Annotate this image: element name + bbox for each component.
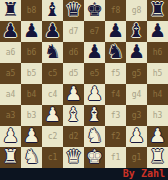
square-c5[interactable]: c5 <box>42 63 63 84</box>
square-label-d2: d2 <box>69 126 79 147</box>
piece-bP-h7: ♟ <box>149 21 166 41</box>
square-a6[interactable]: a6 <box>0 42 21 63</box>
square-f7[interactable]: ♟ <box>105 21 126 42</box>
piece-wN-e2: ♞ <box>86 126 103 146</box>
square-d7[interactable]: d7 <box>63 21 84 42</box>
square-h5[interactable]: h5 <box>147 63 168 84</box>
square-b7[interactable]: ♟ <box>21 21 42 42</box>
square-label-b3: b3 <box>27 105 37 126</box>
square-c3[interactable]: ♟ <box>42 105 63 126</box>
square-label-a4: a4 <box>6 84 16 105</box>
square-label-a6: a6 <box>6 42 16 63</box>
square-label-h6: h6 <box>153 42 163 63</box>
square-label-f5: f5 <box>111 63 121 84</box>
square-a2[interactable]: ♟ <box>0 126 21 147</box>
piece-bB-c8: ♝ <box>44 0 61 20</box>
square-label-a5: a5 <box>6 63 16 84</box>
square-d2[interactable]: d2 <box>63 126 84 147</box>
square-label-b6: b6 <box>27 42 37 63</box>
square-label-g5: g5 <box>132 63 142 84</box>
square-c1[interactable]: c1 <box>42 147 63 168</box>
square-d4[interactable]: ♟ <box>63 84 84 105</box>
piece-wP-e4: ♟ <box>86 84 103 104</box>
square-label-b5: b5 <box>27 63 37 84</box>
square-d8[interactable]: ♛ <box>63 0 84 21</box>
piece-bR-a8: ♜ <box>2 0 19 20</box>
status-bar: By Zahl <box>0 168 168 180</box>
square-e8[interactable]: ♚ <box>84 0 105 21</box>
square-a8[interactable]: ♜ <box>0 0 21 21</box>
square-label-c1: c1 <box>48 147 58 168</box>
square-f1[interactable]: f1 <box>105 147 126 168</box>
square-g6[interactable]: ♟ <box>126 42 147 63</box>
square-e1[interactable]: ♚ <box>84 147 105 168</box>
square-c6[interactable]: ♞ <box>42 42 63 63</box>
square-f3[interactable]: f3 <box>105 105 126 126</box>
square-label-g1: g1 <box>132 147 142 168</box>
piece-wP-a2: ♟ <box>2 126 19 146</box>
square-label-g3: g3 <box>132 105 142 126</box>
square-c2[interactable]: c2 <box>42 126 63 147</box>
piece-bQ-d8: ♛ <box>65 0 82 20</box>
square-g5[interactable]: g5 <box>126 63 147 84</box>
square-h8[interactable]: ♜ <box>147 0 168 21</box>
square-c7[interactable]: ♟ <box>42 21 63 42</box>
piece-bP-f7: ♟ <box>107 21 124 41</box>
piece-wP-b2: ♟ <box>23 126 40 146</box>
square-label-e5: e5 <box>90 63 100 84</box>
square-h2[interactable]: ♟ <box>147 126 168 147</box>
square-f5[interactable]: f5 <box>105 63 126 84</box>
square-b5[interactable]: b5 <box>21 63 42 84</box>
square-label-c5: c5 <box>48 63 58 84</box>
square-f8[interactable]: f8 <box>105 0 126 21</box>
piece-wP-d4: ♟ <box>65 84 82 104</box>
square-b4[interactable]: b4 <box>21 84 42 105</box>
piece-bP-a7: ♟ <box>2 21 19 41</box>
square-h7[interactable]: ♟ <box>147 21 168 42</box>
piece-wK-e1: ♚ <box>86 147 103 167</box>
square-label-f1: f1 <box>111 147 121 168</box>
square-g3[interactable]: g3 <box>126 105 147 126</box>
square-e3[interactable]: ♝ <box>84 105 105 126</box>
square-label-h3: h3 <box>153 105 163 126</box>
piece-wB-e3: ♝ <box>86 105 103 125</box>
square-e4[interactable]: ♟ <box>84 84 105 105</box>
square-f6[interactable]: ♞ <box>105 42 126 63</box>
square-c4[interactable]: c4 <box>42 84 63 105</box>
piece-bP-b7: ♟ <box>23 21 40 41</box>
square-d3[interactable]: ♝ <box>63 105 84 126</box>
square-h4[interactable]: h4 <box>147 84 168 105</box>
square-g4[interactable]: g4 <box>126 84 147 105</box>
piece-wP-h2: ♟ <box>149 126 166 146</box>
square-d1[interactable]: ♛ <box>63 147 84 168</box>
square-label-d5: d5 <box>69 63 79 84</box>
square-b2[interactable]: ♟ <box>21 126 42 147</box>
square-label-d6: d6 <box>69 42 79 63</box>
square-label-f4: f4 <box>111 84 121 105</box>
square-h3[interactable]: h3 <box>147 105 168 126</box>
credit-text: By Zahl <box>123 168 168 180</box>
square-label-g4: g4 <box>132 84 142 105</box>
piece-bP-e6: ♟ <box>86 42 103 62</box>
square-f4[interactable]: f4 <box>105 84 126 105</box>
square-g2[interactable]: ♟ <box>126 126 147 147</box>
chess-diagram: ♜b8♝♛♚f8g8♜♟♟♟d7e7♟♝♟a6b6♞d6♟♞♟h6a5b5c5d… <box>0 0 168 180</box>
square-e6[interactable]: ♟ <box>84 42 105 63</box>
piece-wQ-d1: ♛ <box>65 147 82 167</box>
square-e5[interactable]: e5 <box>84 63 105 84</box>
square-a5[interactable]: a5 <box>0 63 21 84</box>
piece-wN-b1: ♞ <box>23 147 40 167</box>
square-label-b4: b4 <box>27 84 37 105</box>
square-b1[interactable]: ♞ <box>21 147 42 168</box>
square-label-h4: h4 <box>153 84 163 105</box>
square-label-f3: f3 <box>111 105 121 126</box>
chess-board: ♜b8♝♛♚f8g8♜♟♟♟d7e7♟♝♟a6b6♞d6♟♞♟h6a5b5c5d… <box>0 0 168 168</box>
square-label-h5: h5 <box>153 63 163 84</box>
piece-wR-a1: ♜ <box>2 147 19 167</box>
piece-wR-h1: ♜ <box>149 147 166 167</box>
square-a7[interactable]: ♟ <box>0 21 21 42</box>
square-label-c4: c4 <box>48 84 58 105</box>
square-g7[interactable]: ♝ <box>126 21 147 42</box>
square-a3[interactable]: a3 <box>0 105 21 126</box>
square-label-e7: e7 <box>90 21 100 42</box>
square-c8[interactable]: ♝ <box>42 0 63 21</box>
square-label-a3: a3 <box>6 105 16 126</box>
square-h6[interactable]: h6 <box>147 42 168 63</box>
square-label-c2: c2 <box>48 126 58 147</box>
square-label-b8: b8 <box>27 0 37 21</box>
piece-bP-g6: ♟ <box>128 42 145 62</box>
square-g8[interactable]: g8 <box>126 0 147 21</box>
square-label-g8: g8 <box>132 0 142 21</box>
piece-bP-c7: ♟ <box>44 21 61 41</box>
square-g1[interactable]: g1 <box>126 147 147 168</box>
piece-wP-c3: ♟ <box>44 105 61 125</box>
square-b8[interactable]: b8 <box>21 0 42 21</box>
square-f2[interactable]: f2 <box>105 126 126 147</box>
square-a1[interactable]: ♜ <box>0 147 21 168</box>
square-label-f8: f8 <box>111 0 121 21</box>
piece-bN-f6: ♞ <box>107 42 124 62</box>
square-label-f2: f2 <box>111 126 121 147</box>
piece-bK-e8: ♚ <box>86 0 103 20</box>
piece-bB-g7: ♝ <box>128 21 145 41</box>
square-a4[interactable]: a4 <box>0 84 21 105</box>
piece-wB-d3: ♝ <box>65 105 82 125</box>
square-d5[interactable]: d5 <box>63 63 84 84</box>
square-b3[interactable]: b3 <box>21 105 42 126</box>
piece-wP-g2: ♟ <box>128 126 145 146</box>
piece-bR-h8: ♜ <box>149 0 166 20</box>
square-e2[interactable]: ♞ <box>84 126 105 147</box>
piece-bN-c6: ♞ <box>44 42 61 62</box>
square-h1[interactable]: ♜ <box>147 147 168 168</box>
square-b6[interactable]: b6 <box>21 42 42 63</box>
square-label-d7: d7 <box>69 21 79 42</box>
square-e7[interactable]: e7 <box>84 21 105 42</box>
square-d6[interactable]: d6 <box>63 42 84 63</box>
